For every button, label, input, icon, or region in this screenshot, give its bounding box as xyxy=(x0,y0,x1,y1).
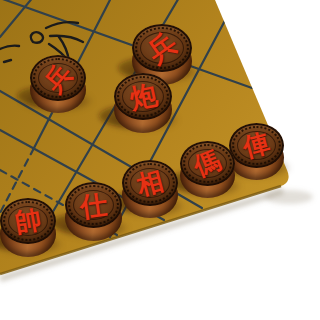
piece-top-face: 炮 xyxy=(114,73,172,120)
piece-top-face: 仕 xyxy=(65,182,122,228)
piece-general-帥[interactable]: 帥 xyxy=(0,198,56,257)
piece-top-face: 相 xyxy=(122,160,178,206)
product-photo-stage: 兵兵炮俥傌相仕帥 xyxy=(0,0,320,320)
piece-top-face: 帥 xyxy=(0,198,56,244)
piece-chariot-俥[interactable]: 俥 xyxy=(229,123,284,180)
piece-character: 帥 xyxy=(13,206,43,236)
piece-horse-傌[interactable]: 傌 xyxy=(180,141,235,198)
piece-advisor-仕[interactable]: 仕 xyxy=(65,182,122,241)
piece-top-face: 俥 xyxy=(229,123,284,168)
piece-soldier-兵[interactable]: 兵 xyxy=(30,55,86,113)
piece-top-face: 傌 xyxy=(180,141,235,186)
piece-cannon-炮[interactable]: 炮 xyxy=(114,73,172,133)
piece-top-face: 兵 xyxy=(132,24,192,72)
piece-character: 炮 xyxy=(127,80,159,112)
piece-elephant-相[interactable]: 相 xyxy=(122,160,178,218)
piece-character: 仕 xyxy=(78,190,108,220)
piece-top-face: 兵 xyxy=(30,55,86,101)
